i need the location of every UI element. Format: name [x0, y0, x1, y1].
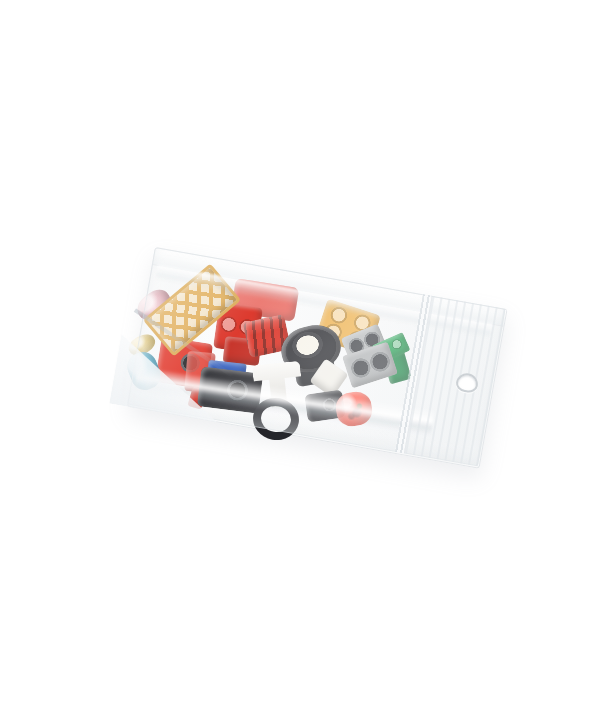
bag-back-film [127, 247, 508, 469]
scene [0, 0, 600, 720]
bag-top-lip [153, 248, 507, 327]
